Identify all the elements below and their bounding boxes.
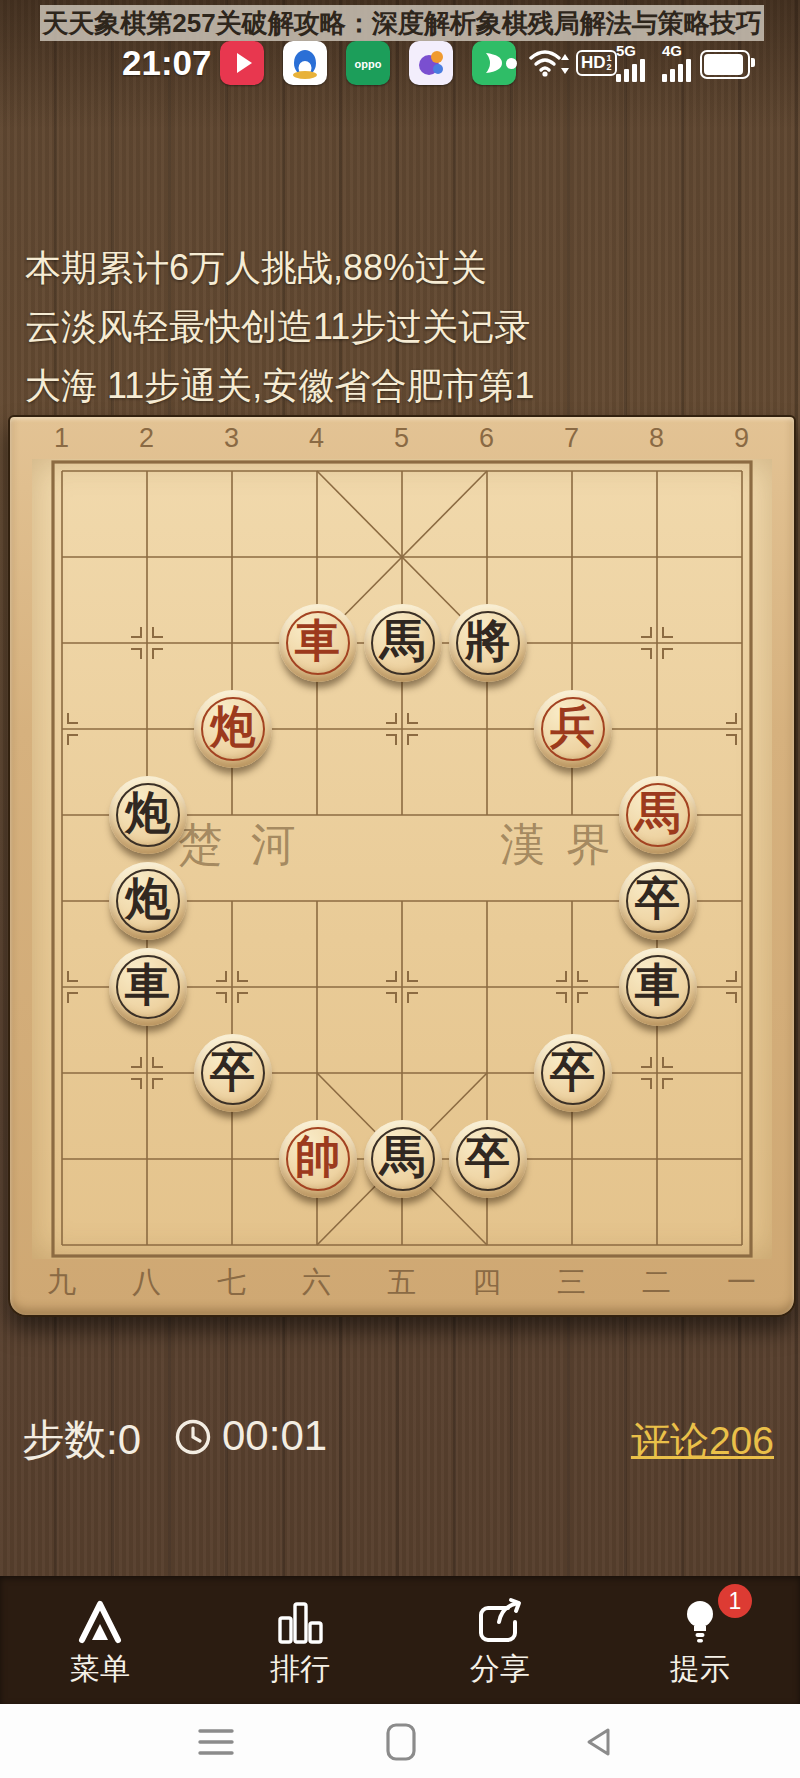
piece-glyph: 卒 <box>534 1032 612 1110</box>
black-piece-卒[interactable]: 卒 <box>619 862 697 940</box>
black-piece-卒[interactable]: 卒 <box>449 1120 527 1198</box>
announcement-line: 本期累计6万人挑战,88%过关 <box>25 238 534 297</box>
nav-item-分享[interactable]: 分享 <box>400 1576 600 1704</box>
file-label: 六 <box>274 1263 359 1303</box>
clock-time: 21:07 <box>122 43 212 83</box>
red-piece-馬[interactable]: 馬 <box>619 776 697 854</box>
back-icon[interactable] <box>578 1722 618 1762</box>
black-piece-卒[interactable]: 卒 <box>534 1034 612 1112</box>
announcement-line: 大海 11步通关,安徽省合肥市第1 <box>25 356 534 415</box>
red-piece-車[interactable]: 車 <box>279 604 357 682</box>
wifi-icon <box>528 46 572 86</box>
signal-4g-icon: 4G <box>662 44 691 82</box>
piece-glyph: 炮 <box>109 774 187 852</box>
piece-grid: 車馬將炮兵炮馬炮卒車車卒卒帥馬卒 <box>20 428 785 1288</box>
piece-glyph: 馬 <box>364 1118 442 1196</box>
black-piece-馬[interactable]: 馬 <box>364 604 442 682</box>
file-label: 四 <box>444 1263 529 1303</box>
hd-volte-icon: HD 12 <box>576 50 617 76</box>
status-app-icons: oppo <box>220 41 516 85</box>
file-label: 七 <box>189 1263 274 1303</box>
menu-logo-icon <box>72 1596 128 1648</box>
page-title: 天天象棋第257关破解攻略：深度解析象棋残局解法与策略技巧 <box>40 5 764 41</box>
file-label: 九 <box>19 1263 104 1303</box>
nav-item-提示[interactable]: 1提示 <box>600 1576 800 1704</box>
nav-item-label: 菜单 <box>70 1654 130 1684</box>
piece-glyph: 馬 <box>364 602 442 680</box>
xiangqi-board: 123456789 楚河 漢界 車馬將炮兵炮馬炮卒車車卒卒帥馬卒 九八七六五四三… <box>8 415 796 1317</box>
red-piece-炮[interactable]: 炮 <box>194 690 272 768</box>
file-label: 五 <box>359 1263 444 1303</box>
share-icon <box>472 1596 528 1648</box>
recent-apps-icon[interactable] <box>196 1722 236 1762</box>
status-bar: 21:07 oppo HD 12 5G 4G <box>0 40 800 88</box>
timer-clock-icon <box>174 1418 212 1460</box>
piece-glyph: 帥 <box>279 1118 357 1196</box>
nav-item-排行[interactable]: 排行 <box>200 1576 400 1704</box>
bottom-nav-bar: 菜单排行分享1提示 <box>0 1576 800 1704</box>
android-nav-bar <box>0 1704 800 1778</box>
black-piece-馬[interactable]: 馬 <box>364 1120 442 1198</box>
svg-text:oppo: oppo <box>355 58 382 70</box>
comments-link[interactable]: 评论206 <box>631 1414 774 1468</box>
oppo-app-icon: oppo <box>346 41 390 85</box>
piece-glyph: 卒 <box>194 1032 272 1110</box>
nav-item-label: 提示 <box>670 1654 730 1684</box>
piece-glyph: 車 <box>109 946 187 1024</box>
red-piece-帥[interactable]: 帥 <box>279 1120 357 1198</box>
nav-item-label: 排行 <box>270 1654 330 1684</box>
elapsed-time: 00:01 <box>222 1412 327 1460</box>
piece-glyph: 卒 <box>449 1118 527 1196</box>
piece-glyph: 車 <box>619 946 697 1024</box>
black-piece-將[interactable]: 將 <box>449 604 527 682</box>
signal-5g-icon: 5G <box>616 44 645 82</box>
palette-app-icon <box>409 41 453 85</box>
video-app-icon <box>220 41 264 85</box>
nav-item-label: 分享 <box>470 1654 530 1684</box>
notification-dot-icon <box>506 58 517 69</box>
announcement-ticker: 本期累计6万人挑战,88%过关云淡风轻最快创造11步过关记录大海 11步通关,安… <box>25 238 534 415</box>
hint-count-badge: 1 <box>718 1584 752 1618</box>
file-labels-bottom: 九八七六五四三二一 <box>19 1263 784 1303</box>
piece-glyph: 馬 <box>619 774 697 852</box>
piece-glyph: 炮 <box>194 688 272 766</box>
ranking-bars-icon <box>272 1596 328 1648</box>
step-counter: 步数:0 <box>22 1412 141 1468</box>
penguin-app-icon <box>283 41 327 85</box>
piece-glyph: 炮 <box>109 860 187 938</box>
home-icon[interactable] <box>381 1722 421 1762</box>
board-field[interactable]: 楚河 漢界 車馬將炮兵炮馬炮卒車車卒卒帥馬卒 <box>32 459 772 1259</box>
black-piece-車[interactable]: 車 <box>619 948 697 1026</box>
piece-glyph: 將 <box>449 602 527 680</box>
black-piece-卒[interactable]: 卒 <box>194 1034 272 1112</box>
black-piece-車[interactable]: 車 <box>109 948 187 1026</box>
announcement-line: 云淡风轻最快创造11步过关记录 <box>25 297 534 356</box>
file-label: 八 <box>104 1263 189 1303</box>
piece-glyph: 兵 <box>534 688 612 766</box>
hint-bulb-icon: 1 <box>672 1596 728 1648</box>
battery-icon <box>700 50 750 79</box>
app-screen: 天天象棋第257关破解攻略：深度解析象棋残局解法与策略技巧 21:07 oppo… <box>0 0 800 1778</box>
file-label: 一 <box>699 1263 784 1303</box>
nav-item-菜单[interactable]: 菜单 <box>0 1576 200 1704</box>
file-label: 二 <box>614 1263 699 1303</box>
piece-glyph: 車 <box>279 602 357 680</box>
black-piece-炮[interactable]: 炮 <box>109 862 187 940</box>
file-label: 三 <box>529 1263 614 1303</box>
piece-glyph: 卒 <box>619 860 697 938</box>
black-piece-炮[interactable]: 炮 <box>109 776 187 854</box>
game-hud: 步数:0 00:01 评论206 <box>0 1412 800 1472</box>
red-piece-兵[interactable]: 兵 <box>534 690 612 768</box>
